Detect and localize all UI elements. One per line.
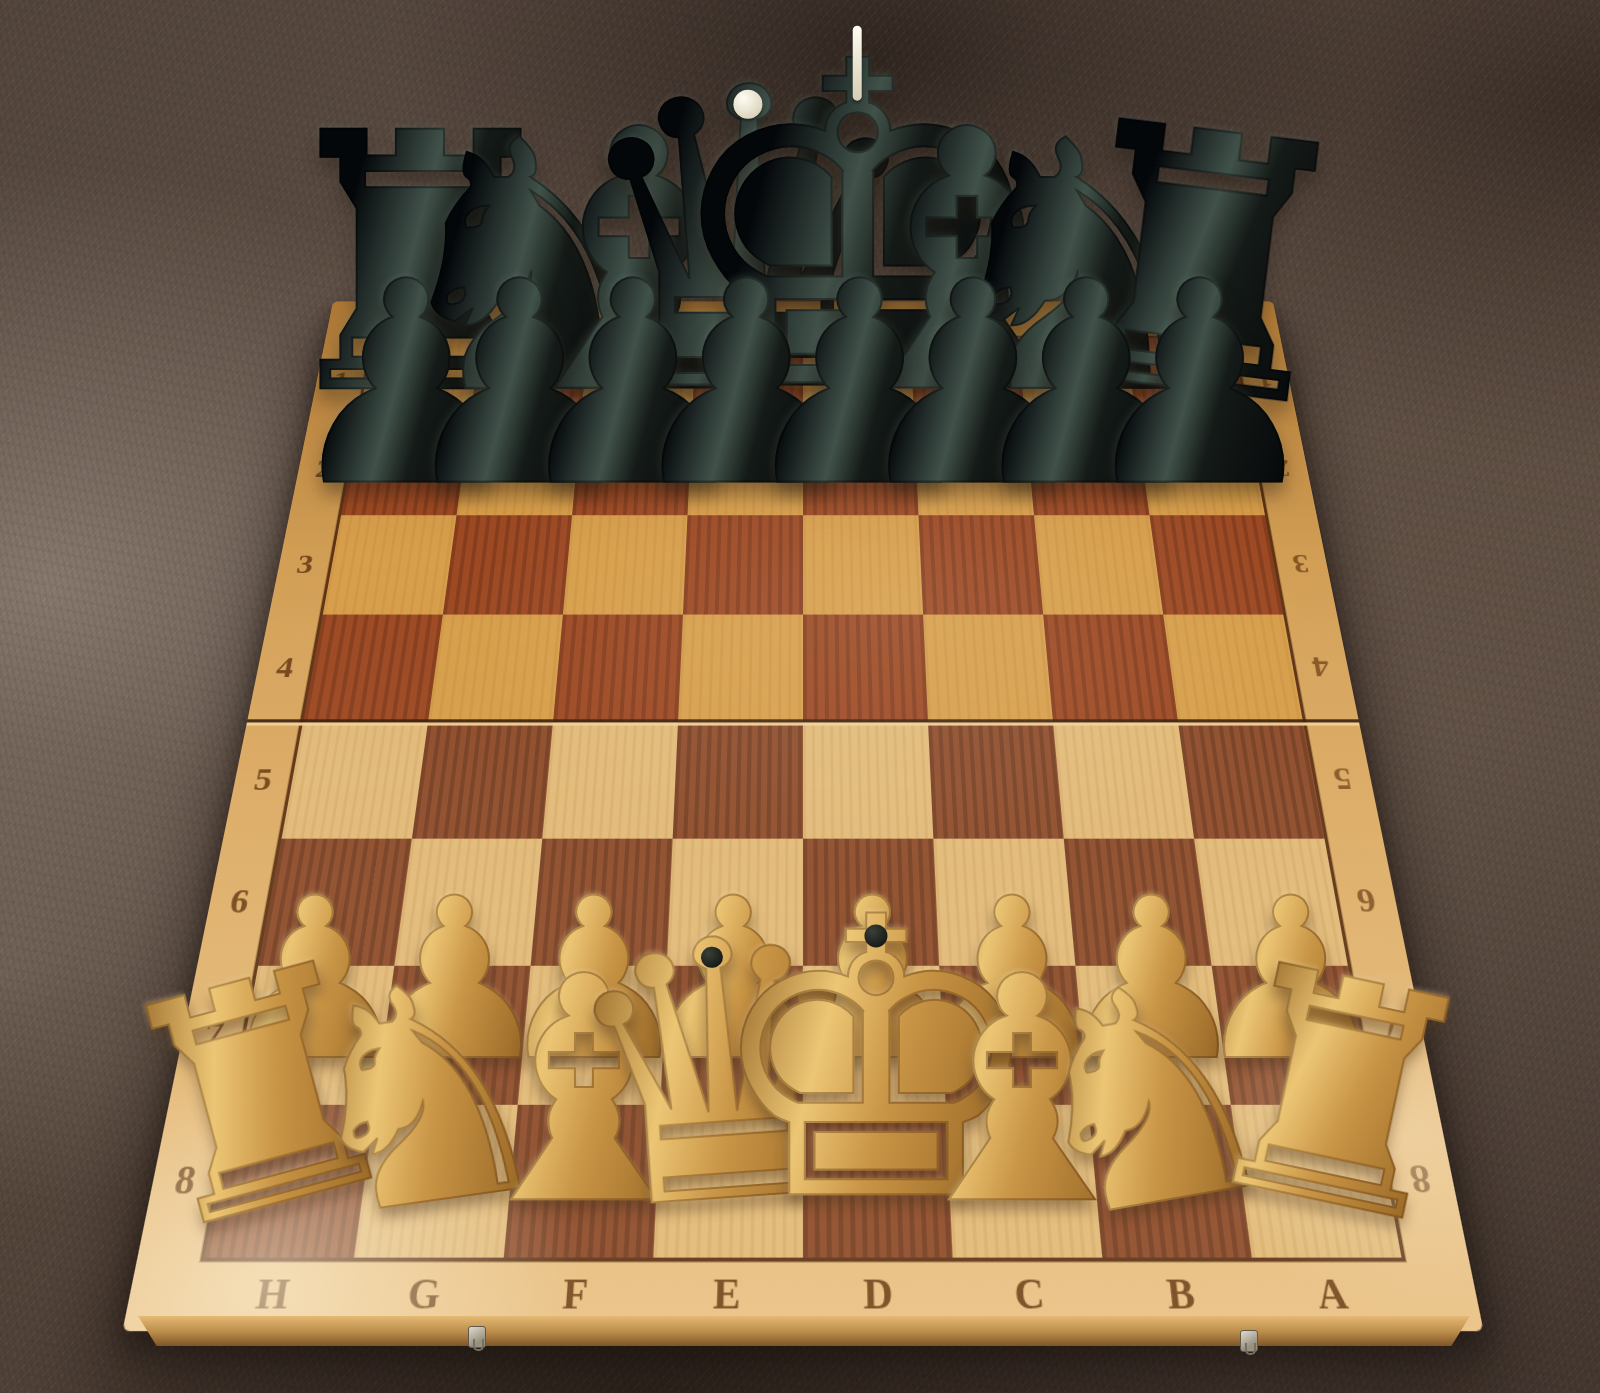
white-pawn-d7: ♟ [773,890,973,1068]
white-bishop-f8: ♝ [445,967,724,1216]
king-glyph: ♚ [703,907,1049,1216]
pawn-glyph: ♟ [773,890,973,1068]
black-knight-g1: ♞ [376,132,685,407]
pawn-glyph: ♟ [494,890,694,1068]
black-bishop-f1: ♝ [478,120,800,407]
white-pawn-f7: ♟ [494,890,694,1068]
pawn-glyph: ♟ [216,890,416,1068]
black-rook-a1: ♜ [1027,106,1378,427]
pawn-glyph: ♟ [848,273,1099,497]
black-bishop-c1: ♝ [806,120,1128,407]
black-pawn-e2: ♟ [621,273,872,497]
pawn-glyph: ♟ [355,890,555,1068]
black-pawn-f2: ♟ [508,273,759,497]
black-knight-b1: ♞ [922,132,1231,407]
white-bishop-c8: ♝ [883,967,1162,1216]
bishop-glyph: ♝ [478,120,800,407]
white-pawn-a7: ♟ [1191,890,1391,1068]
king-finial [864,924,887,947]
king-finial [853,25,862,101]
rook-glyph: ♜ [261,123,580,407]
white-pawn-e7: ♟ [634,890,834,1068]
knight-glyph: ♞ [922,132,1231,407]
knight-glyph: ♞ [272,961,570,1234]
white-knight-b8: ♞ [995,958,1299,1239]
queen-glyph: ♛ [563,77,933,407]
pawn-glyph: ♟ [1191,890,1391,1068]
white-pawn-b7: ♟ [1052,890,1252,1068]
pawn-glyph: ♟ [621,273,872,497]
black-pawn-b2: ♟ [961,273,1212,497]
king-glyph: ♚ [658,50,1058,407]
black-queen-e1: ♛ [563,77,933,407]
pawn-glyph: ♟ [734,273,985,497]
rook-glyph: ♜ [1179,947,1500,1245]
knight-glyph: ♞ [995,958,1299,1239]
rook-glyph: ♜ [95,943,425,1252]
black-pawn-h2: ♟ [281,273,532,497]
queen-finial [734,90,763,119]
bishop-glyph: ♝ [445,967,724,1216]
white-rook-h8: ♜ [95,943,425,1252]
white-pawn-c7: ♟ [912,890,1112,1068]
white-pawn-h7: ♟ [216,890,416,1068]
pawn-glyph: ♟ [1052,890,1252,1068]
pawn-glyph: ♟ [281,273,532,497]
pawn-glyph: ♟ [961,273,1212,497]
black-pawn-d2: ♟ [734,273,985,497]
white-queen-e8: ♛ [550,919,890,1227]
white-rook-a8: ♜ [1179,947,1500,1245]
pawn-glyph: ♟ [1074,273,1325,497]
rook-glyph: ♜ [1027,106,1378,427]
black-rook-h1: ♜ [261,123,580,407]
queen-finial [700,946,723,969]
pawn-glyph: ♟ [912,890,1112,1068]
white-knight-g8: ♞ [272,961,570,1234]
pawn-glyph: ♟ [634,890,834,1068]
pieces-layer: ♜♞♝♛♚♝♞♜♟♟♟♟♟♟♟♟♟♟♟♟♟♟♟♟♜♞♝♛♚♝♞♜ [0,0,1600,1393]
pawn-glyph: ♟ [508,273,759,497]
bishop-glyph: ♝ [883,967,1162,1216]
bishop-glyph: ♝ [806,120,1128,407]
knight-glyph: ♞ [376,132,685,407]
white-king-d8: ♚ [703,907,1049,1216]
black-pawn-a2: ♟ [1074,273,1325,497]
black-pawn-g2: ♟ [394,273,645,497]
white-pawn-g7: ♟ [355,890,555,1068]
black-pawn-c2: ♟ [848,273,1099,497]
queen-glyph: ♛ [550,919,890,1227]
black-king-d1: ♚ [658,50,1058,407]
pawn-glyph: ♟ [394,273,645,497]
